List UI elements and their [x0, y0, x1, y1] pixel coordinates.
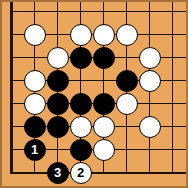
grid-line-v [172, 2, 173, 174]
move-number-label: 1 [31, 143, 38, 156]
white-stone [24, 24, 46, 46]
white-stone [24, 93, 46, 115]
black-stone [47, 116, 69, 138]
black-stone [70, 139, 92, 161]
white-stone [139, 116, 161, 138]
black-stone [93, 93, 115, 115]
black-stone [24, 116, 46, 138]
black-stone: 1 [24, 139, 46, 161]
white-stone [139, 47, 161, 69]
white-stone [93, 116, 115, 138]
white-stone [47, 47, 69, 69]
black-stone [116, 70, 138, 92]
white-stone [70, 116, 92, 138]
white-stone [116, 93, 138, 115]
white-stone [93, 24, 115, 46]
board-edge-left [10, 2, 13, 174]
white-stone: 2 [70, 162, 92, 184]
black-stone: 3 [47, 162, 69, 184]
white-stone [70, 24, 92, 46]
white-stone [24, 70, 46, 92]
white-stone [93, 139, 115, 161]
go-board-diagram: 132 [0, 0, 188, 188]
board-edge-bottom [10, 172, 186, 174]
white-stone [116, 24, 138, 46]
grid-line-h [10, 11, 186, 12]
move-number-label: 3 [54, 166, 61, 179]
black-stone [70, 47, 92, 69]
black-stone [70, 93, 92, 115]
black-stone [47, 70, 69, 92]
move-number-label: 2 [77, 166, 84, 179]
white-stone [139, 70, 161, 92]
black-stone [47, 93, 69, 115]
black-stone [93, 47, 115, 69]
